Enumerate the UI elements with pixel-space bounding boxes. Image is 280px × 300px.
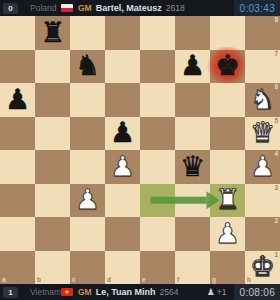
square-e1[interactable]: e	[140, 251, 175, 285]
square-b4[interactable]	[35, 150, 70, 184]
vietnam-flag-icon: ★	[61, 288, 73, 296]
rank-label-2: 2	[274, 218, 278, 225]
piece-white-pawn-d4[interactable]: ♟	[105, 150, 140, 184]
square-b2[interactable]	[35, 217, 70, 251]
file-label-d: d	[107, 277, 111, 284]
square-e3[interactable]	[140, 184, 175, 218]
square-h7[interactable]: 7	[245, 50, 280, 84]
vietnam-star-icon: ★	[64, 288, 69, 296]
top-player-name[interactable]: Bartel, Mateusz	[96, 3, 162, 13]
square-d1[interactable]: d	[105, 251, 140, 285]
square-c5[interactable]	[70, 117, 105, 151]
square-c8[interactable]	[70, 16, 105, 50]
square-g8[interactable]	[210, 16, 245, 50]
piece-black-queen-f4[interactable]: ♛	[175, 150, 210, 184]
piece-white-pawn-g2[interactable]: ♟	[210, 217, 245, 251]
square-d6[interactable]	[105, 83, 140, 117]
square-h2[interactable]: 2	[245, 217, 280, 251]
top-country-label: Poland	[30, 3, 61, 13]
bottom-country-label: Vietnam	[30, 287, 61, 297]
square-a2[interactable]	[0, 217, 35, 251]
top-title-badge: GM	[78, 3, 92, 13]
bottom-player-name[interactable]: Le, Tuan Minh	[96, 287, 156, 297]
piece-black-knight-c7[interactable]: ♞	[70, 50, 105, 84]
file-label-c: c	[72, 277, 76, 284]
square-d2[interactable]	[105, 217, 140, 251]
square-e2[interactable]	[140, 217, 175, 251]
square-a5[interactable]	[0, 117, 35, 151]
top-rating: 2618	[166, 3, 185, 13]
piece-white-pawn-c3[interactable]: ♟	[70, 184, 105, 218]
piece-black-king-g7[interactable]: ♚	[210, 50, 245, 84]
piece-black-pawn-a6[interactable]: ♟	[0, 83, 35, 117]
square-c4[interactable]	[70, 150, 105, 184]
square-g6[interactable]	[210, 83, 245, 117]
square-a1[interactable]: a	[0, 251, 35, 285]
square-e6[interactable]	[140, 83, 175, 117]
square-f2[interactable]	[175, 217, 210, 251]
square-g5[interactable]	[210, 117, 245, 151]
file-label-a: a	[2, 277, 6, 284]
square-f8[interactable]	[175, 16, 210, 50]
material-advantage: ♟ +1	[207, 287, 227, 297]
square-c2[interactable]	[70, 217, 105, 251]
square-f3[interactable]	[175, 184, 210, 218]
square-h3[interactable]: 3	[245, 184, 280, 218]
file-label-e: e	[142, 277, 146, 284]
file-label-f: f	[177, 277, 179, 284]
rank-label-8: 8	[274, 17, 278, 24]
square-d8[interactable]	[105, 16, 140, 50]
square-b5[interactable]	[35, 117, 70, 151]
rank-label-7: 7	[274, 51, 278, 58]
bottom-title-badge: GM	[78, 287, 92, 297]
square-a8[interactable]	[0, 16, 35, 50]
square-e7[interactable]	[140, 50, 175, 84]
file-label-g: g	[212, 277, 216, 284]
square-a4[interactable]	[0, 150, 35, 184]
square-f5[interactable]	[175, 117, 210, 151]
piece-black-pawn-f7[interactable]: ♟	[175, 50, 210, 84]
square-b3[interactable]	[35, 184, 70, 218]
poland-flag-icon	[61, 4, 73, 12]
square-c1[interactable]: c	[70, 251, 105, 285]
square-c6[interactable]	[70, 83, 105, 117]
chess-board[interactable]: 8765432abcdefg1h♜♞♟♚♟♞♟♛♟♛♟♟♜♟♚	[0, 16, 280, 284]
piece-black-rook-b8[interactable]: ♜	[35, 16, 70, 50]
piece-white-pawn-h4[interactable]: ♟	[245, 150, 280, 184]
square-g4[interactable]	[210, 150, 245, 184]
chess-broadcast-window: 0 Poland GM Bartel, Mateusz 2618 0:03:43…	[0, 0, 280, 300]
square-d3[interactable]	[105, 184, 140, 218]
top-score-badge: 0	[3, 3, 18, 14]
square-e4[interactable]	[140, 150, 175, 184]
bottom-score-badge: 1	[3, 287, 18, 298]
bottom-player-bar: 1 Vietnam ★ GM Le, Tuan Minh 2564 ♟ +1 0…	[0, 284, 280, 300]
material-pawn-icon: ♟	[207, 288, 215, 297]
square-f6[interactable]	[175, 83, 210, 117]
material-count: +1	[217, 287, 227, 297]
square-e8[interactable]	[140, 16, 175, 50]
square-g1[interactable]: g	[210, 251, 245, 285]
piece-black-pawn-d5[interactable]: ♟	[105, 117, 140, 151]
bottom-clock: 0:08:06	[234, 284, 280, 300]
bottom-rating: 2564	[160, 287, 179, 297]
square-f1[interactable]: f	[175, 251, 210, 285]
piece-white-king-h1[interactable]: ♚	[245, 251, 280, 285]
top-clock: 0:03:43	[234, 0, 280, 16]
square-a7[interactable]	[0, 50, 35, 84]
square-h8[interactable]: 8	[245, 16, 280, 50]
top-player-bar: 0 Poland GM Bartel, Mateusz 2618 0:03:43	[0, 0, 280, 16]
square-b1[interactable]: b	[35, 251, 70, 285]
file-label-b: b	[37, 277, 41, 284]
square-a3[interactable]	[0, 184, 35, 218]
piece-white-knight-h6[interactable]: ♞	[245, 83, 280, 117]
square-e5[interactable]	[140, 117, 175, 151]
square-b6[interactable]	[35, 83, 70, 117]
piece-white-queen-h5[interactable]: ♛	[245, 117, 280, 151]
piece-white-rook-g3[interactable]: ♜	[210, 184, 245, 218]
rank-label-3: 3	[274, 185, 278, 192]
square-d7[interactable]	[105, 50, 140, 84]
square-b7[interactable]	[35, 50, 70, 84]
